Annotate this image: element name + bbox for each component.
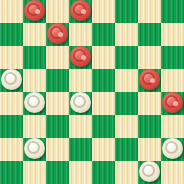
square-b2[interactable]	[23, 138, 46, 161]
square-d6[interactable]	[69, 46, 92, 69]
square-c7[interactable]	[46, 23, 69, 46]
piece-inner-ring	[165, 95, 178, 108]
piece-inner-ring	[27, 3, 40, 16]
square-d5	[69, 69, 92, 92]
square-a6	[0, 46, 23, 69]
square-c3[interactable]	[46, 115, 69, 138]
piece-inner-ring	[4, 72, 17, 85]
white-man-piece[interactable]	[162, 138, 183, 159]
square-c1[interactable]	[46, 161, 69, 184]
square-a5[interactable]	[0, 69, 23, 92]
square-b6[interactable]	[23, 46, 46, 69]
square-b8[interactable]	[23, 0, 46, 23]
square-f3	[115, 115, 138, 138]
square-h7	[161, 23, 184, 46]
square-e2	[92, 138, 115, 161]
square-g2	[138, 138, 161, 161]
square-b7	[23, 23, 46, 46]
white-man-piece[interactable]	[1, 69, 22, 90]
white-man-piece[interactable]	[70, 92, 91, 113]
red-man-piece[interactable]	[24, 0, 45, 21]
square-a4	[0, 92, 23, 115]
square-c5[interactable]	[46, 69, 69, 92]
piece-inner-ring	[50, 26, 63, 39]
square-d8[interactable]	[69, 0, 92, 23]
red-man-piece[interactable]	[70, 0, 91, 21]
red-man-piece[interactable]	[70, 46, 91, 67]
square-e1[interactable]	[92, 161, 115, 184]
square-f7	[115, 23, 138, 46]
piece-inner-ring	[165, 141, 178, 154]
piece-inner-ring	[27, 95, 40, 108]
square-d1	[69, 161, 92, 184]
square-h4[interactable]	[161, 92, 184, 115]
square-e5[interactable]	[92, 69, 115, 92]
square-d2[interactable]	[69, 138, 92, 161]
square-b1	[23, 161, 46, 184]
square-g8	[138, 0, 161, 23]
square-f6[interactable]	[115, 46, 138, 69]
square-f4[interactable]	[115, 92, 138, 115]
square-d4[interactable]	[69, 92, 92, 115]
square-d3	[69, 115, 92, 138]
square-d7	[69, 23, 92, 46]
checkers-board	[0, 0, 184, 184]
square-g1[interactable]	[138, 161, 161, 184]
square-h6[interactable]	[161, 46, 184, 69]
piece-inner-ring	[73, 49, 86, 62]
square-a3[interactable]	[0, 115, 23, 138]
square-g4	[138, 92, 161, 115]
red-man-piece[interactable]	[162, 92, 183, 113]
square-e7[interactable]	[92, 23, 115, 46]
piece-inner-ring	[73, 95, 86, 108]
square-b5	[23, 69, 46, 92]
red-man-piece[interactable]	[139, 69, 160, 90]
square-h3	[161, 115, 184, 138]
square-e6	[92, 46, 115, 69]
square-c8	[46, 0, 69, 23]
square-f1	[115, 161, 138, 184]
square-h1	[161, 161, 184, 184]
square-a7[interactable]	[0, 23, 23, 46]
square-h5	[161, 69, 184, 92]
square-b4[interactable]	[23, 92, 46, 115]
red-man-piece[interactable]	[47, 23, 68, 44]
square-e3[interactable]	[92, 115, 115, 138]
square-e8	[92, 0, 115, 23]
square-c4	[46, 92, 69, 115]
square-e4	[92, 92, 115, 115]
square-f2[interactable]	[115, 138, 138, 161]
square-g6	[138, 46, 161, 69]
square-a2	[0, 138, 23, 161]
square-h2[interactable]	[161, 138, 184, 161]
square-a1[interactable]	[0, 161, 23, 184]
piece-inner-ring	[142, 164, 155, 177]
square-c6	[46, 46, 69, 69]
white-man-piece[interactable]	[24, 138, 45, 159]
square-f5	[115, 69, 138, 92]
square-b3	[23, 115, 46, 138]
square-g7[interactable]	[138, 23, 161, 46]
square-g5[interactable]	[138, 69, 161, 92]
piece-inner-ring	[142, 72, 155, 85]
white-man-piece[interactable]	[139, 161, 160, 182]
square-a8	[0, 0, 23, 23]
piece-inner-ring	[73, 3, 86, 16]
white-man-piece[interactable]	[24, 92, 45, 113]
square-c2	[46, 138, 69, 161]
piece-inner-ring	[27, 141, 40, 154]
square-g3[interactable]	[138, 115, 161, 138]
square-h8[interactable]	[161, 0, 184, 23]
square-f8[interactable]	[115, 0, 138, 23]
